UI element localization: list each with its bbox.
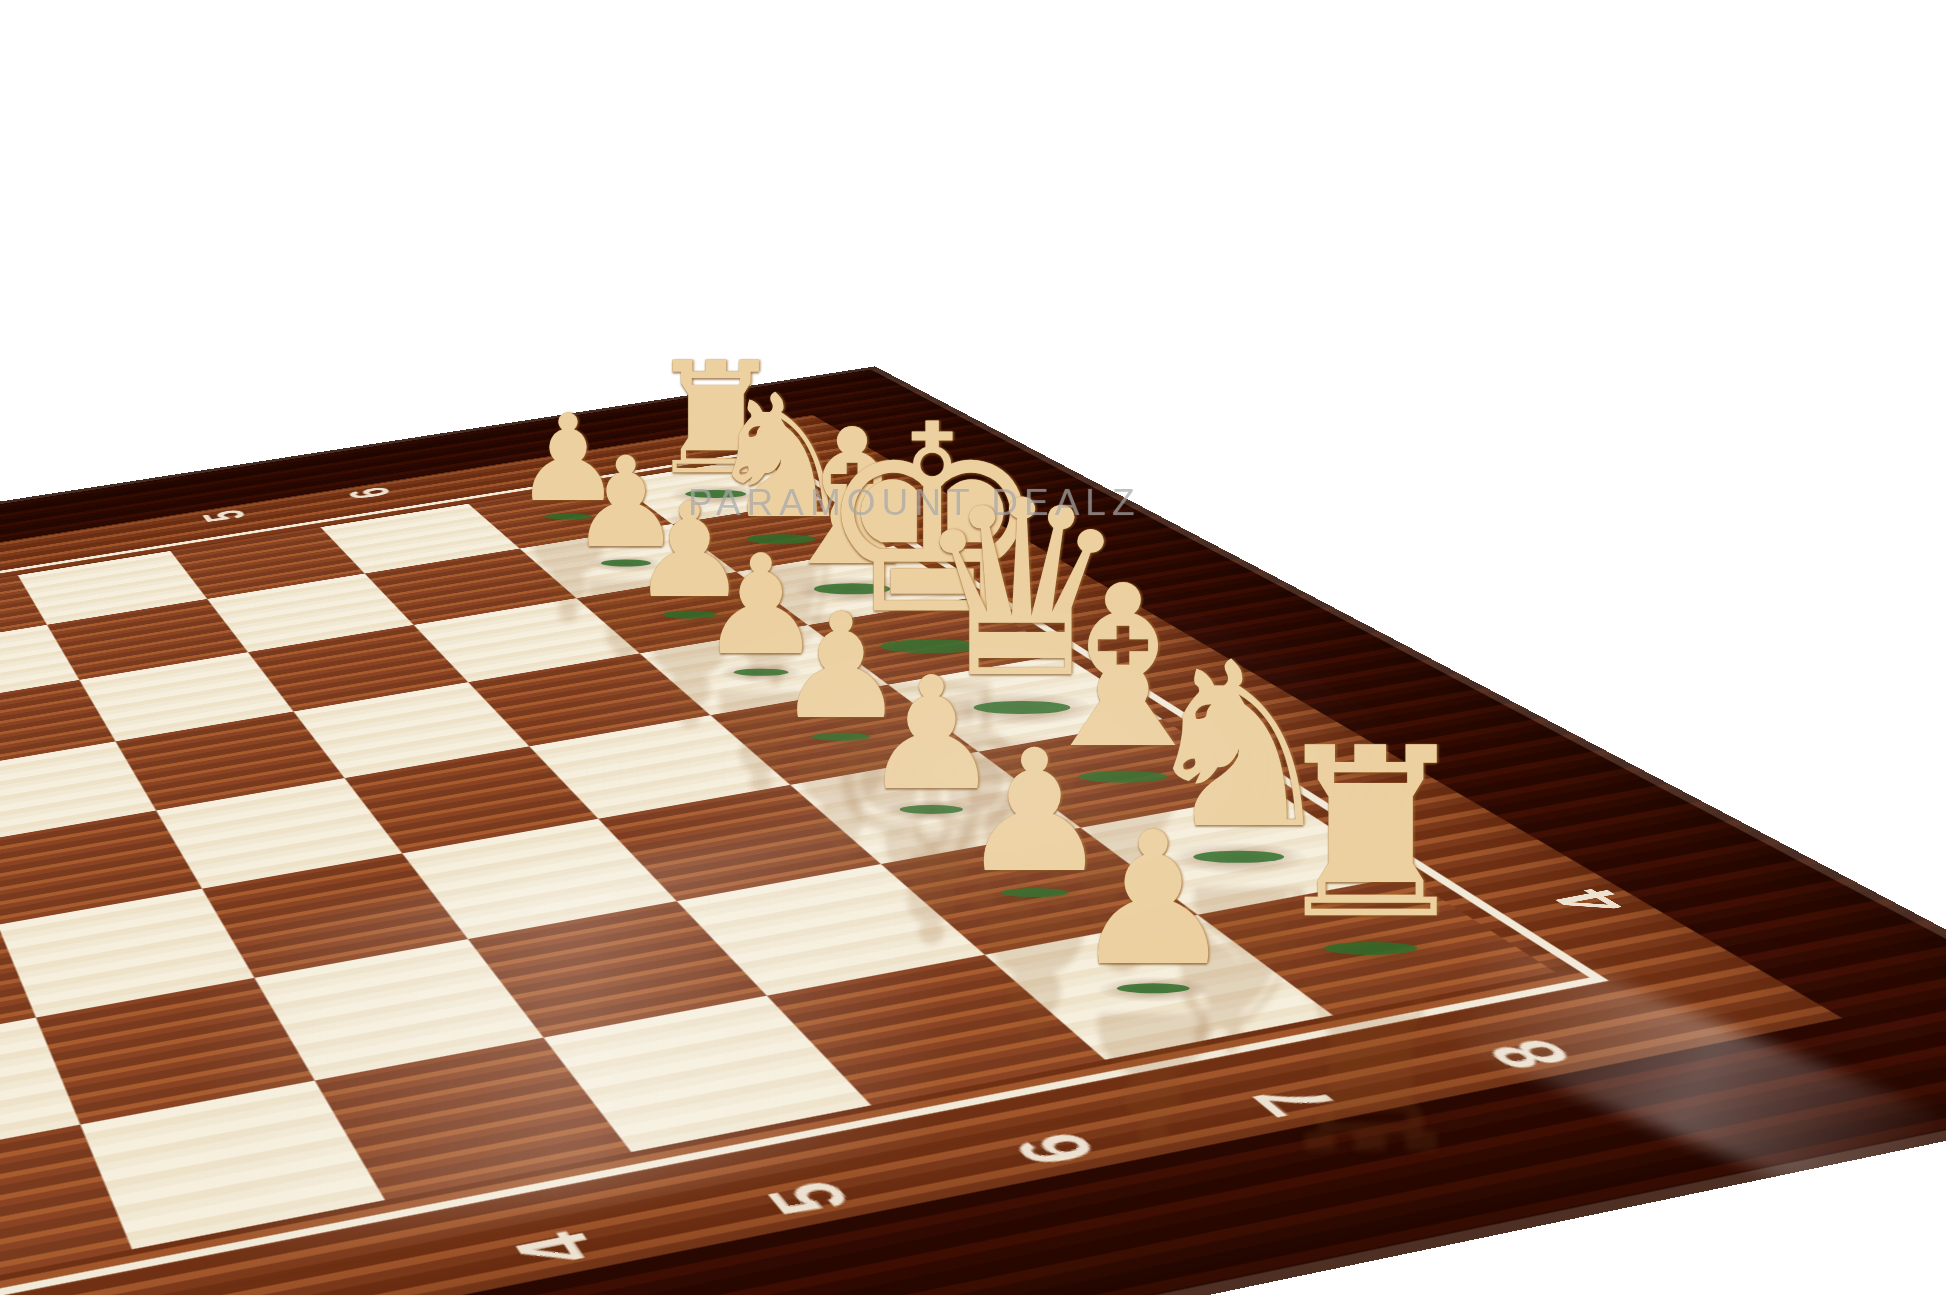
product-photo-chess-set: 45678564 ♜♜♟♟♞♞♟♟♝♝♟♟♚♚♟♟♛♛♟♟♝♝♟♟♞♞♟♟♜♜♟… [0, 0, 1946, 1295]
watermark-text: PARAMOUNT DEALZ [688, 482, 1141, 524]
